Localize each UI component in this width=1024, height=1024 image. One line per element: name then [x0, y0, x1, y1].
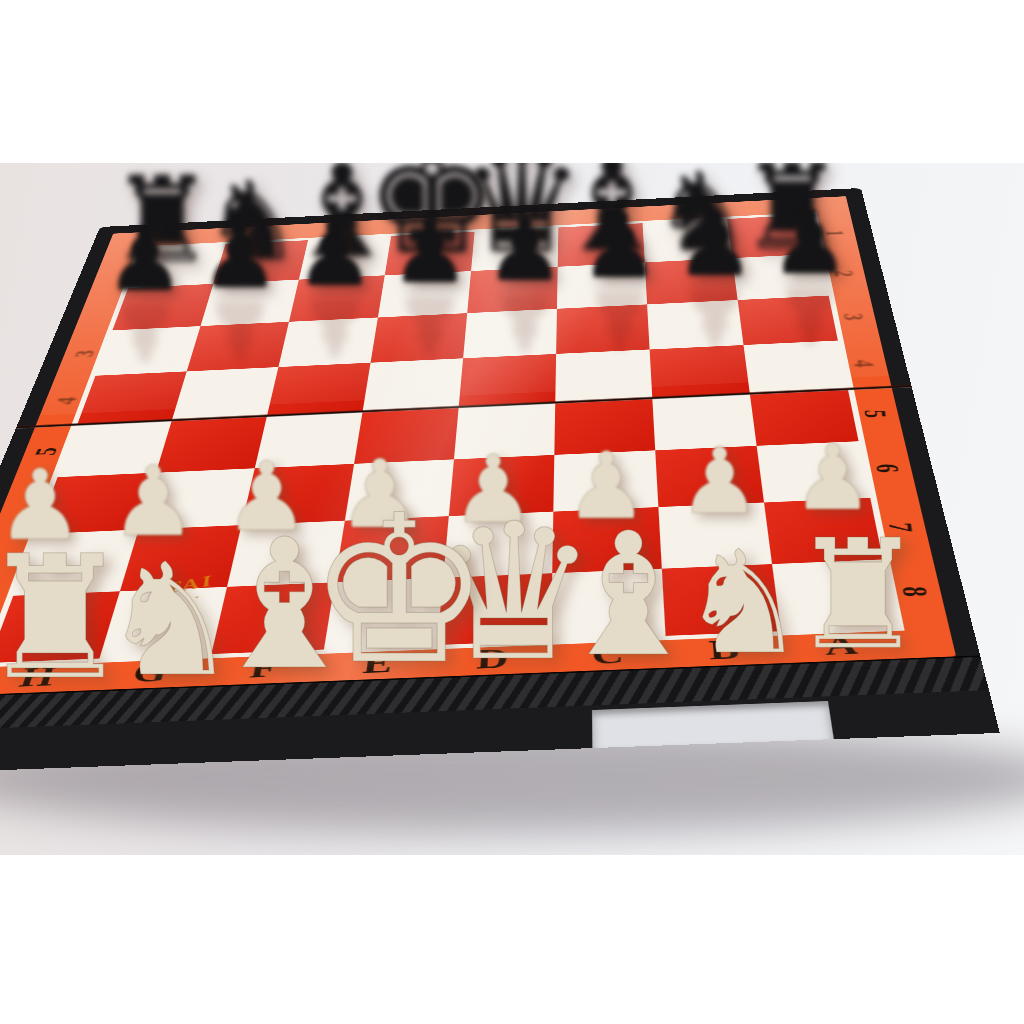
square-d6: [449, 455, 555, 516]
rank-label-right-2: 2: [828, 270, 860, 277]
chess-board: TAI ... HGFEDCBA12345678345: [0, 188, 1000, 775]
file-label-b: B: [708, 633, 742, 666]
square-e5: [354, 407, 459, 464]
square-g3: [187, 322, 289, 372]
square-b7: [658, 502, 772, 568]
square-c3: [556, 304, 649, 353]
square-h7: [13, 530, 138, 596]
square-e1: [385, 232, 475, 276]
square-b3: [647, 300, 743, 349]
square-h2: [112, 284, 213, 331]
file-label-c: C: [592, 637, 626, 670]
file-label-a: A: [822, 628, 861, 661]
rank-label-right-5: 5: [858, 409, 894, 418]
square-g4: [172, 367, 279, 420]
square-c6: [553, 450, 658, 511]
square-f3: [278, 317, 377, 367]
square-c5: [554, 398, 655, 455]
bottom-white-band: [0, 855, 1024, 1024]
square-e7: [335, 516, 449, 582]
square-d3: [463, 309, 557, 359]
square-a8: [772, 559, 897, 631]
square-e3: [371, 313, 468, 363]
rank-label-right-1: 1: [820, 230, 850, 237]
square-e4: [363, 358, 463, 411]
square-d7: [443, 512, 553, 578]
file-label-g: G: [129, 656, 172, 689]
square-b4: [650, 345, 750, 398]
square-a5: [750, 389, 859, 446]
square-f4: [267, 363, 371, 416]
square-c4: [555, 349, 652, 402]
square-a2: [732, 254, 828, 300]
rank-label-right-4: 4: [847, 359, 881, 367]
square-g2: [200, 280, 298, 326]
rank-label-right-7: 7: [881, 522, 920, 532]
chess-set-product-photo: TAI ... HGFEDCBA12345678345 ♜♞♝♛♚♝♞♜♟♟♟♟…: [0, 0, 1024, 1024]
rank-label-right-6: 6: [869, 463, 906, 472]
square-d4: [459, 354, 556, 407]
square-h6: [36, 473, 156, 534]
square-g6: [139, 468, 255, 529]
square-b2: [645, 258, 738, 304]
rank-label-right-8: 8: [895, 586, 936, 597]
square-b6: [655, 446, 764, 507]
top-white-band: [0, 0, 1024, 163]
photo-area: TAI ... HGFEDCBA12345678345 ♜♞♝♛♚♝♞♜♟♟♟♟…: [0, 163, 1024, 855]
square-a1: [727, 215, 820, 258]
square-b5: [652, 393, 756, 450]
square-h5: [58, 420, 172, 477]
square-c2: [557, 262, 647, 308]
square-f6: [241, 464, 354, 525]
square-e2: [378, 271, 471, 317]
square-g5: [156, 416, 267, 473]
square-a3: [738, 296, 838, 345]
square-a6: [757, 441, 871, 502]
rank-label-right-3: 3: [837, 313, 870, 321]
square-a4: [744, 341, 848, 394]
file-label-f: F: [247, 651, 281, 684]
square-c1: [558, 223, 645, 267]
square-a7: [764, 498, 883, 564]
board-sheet: TAI ... HGFEDCBA12345678345: [0, 196, 956, 697]
square-h1: [128, 244, 225, 288]
rank-label-left-5: 5: [28, 447, 65, 455]
square-e8: [324, 578, 443, 650]
square-d2: [467, 267, 557, 313]
square-d8: [437, 573, 552, 645]
rank-label-left-3: 3: [67, 350, 101, 357]
square-f2: [289, 275, 385, 321]
file-label-d: D: [476, 642, 511, 675]
square-h4: [77, 371, 186, 424]
square-c7: [552, 507, 662, 573]
square-f1: [299, 236, 391, 280]
rank-label-left-4: 4: [48, 397, 83, 405]
square-f7: [227, 521, 345, 587]
file-label-h: H: [15, 660, 60, 693]
square-d1: [471, 228, 558, 272]
square-d5: [454, 402, 555, 459]
square-e6: [345, 459, 454, 520]
square-f5: [255, 411, 363, 468]
square-b8: [662, 564, 781, 636]
square-b1: [643, 219, 733, 262]
square-g1: [213, 240, 308, 284]
file-label-e: E: [361, 647, 395, 680]
square-h3: [95, 326, 200, 376]
square-c8: [551, 569, 666, 641]
